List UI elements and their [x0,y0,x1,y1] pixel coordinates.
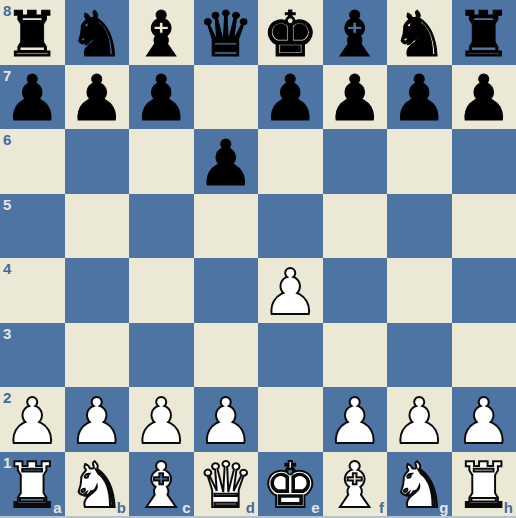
square-b7[interactable]: ♟ [65,65,130,130]
square-b2[interactable]: ♟ [65,387,130,452]
piece-black-bishop[interactable]: ♝ [133,3,189,66]
square-d4[interactable] [194,258,259,323]
square-f8[interactable]: ♝ [323,0,388,65]
square-g2[interactable]: ♟ [387,387,452,452]
square-d7[interactable] [194,65,259,130]
square-e3[interactable] [258,323,323,388]
square-g4[interactable] [387,258,452,323]
square-c1[interactable]: c♝ [129,452,194,517]
square-a3[interactable]: 3 [0,323,65,388]
piece-black-queen[interactable]: ♛ [198,3,254,66]
square-h1[interactable]: h♜ [452,452,516,517]
piece-black-pawn[interactable]: ♟ [133,67,189,130]
square-g1[interactable]: g♞ [387,452,452,517]
square-f2[interactable]: ♟ [323,387,388,452]
square-a5[interactable]: 5 [0,194,65,259]
piece-black-bishop[interactable]: ♝ [327,3,383,66]
piece-white-pawn[interactable]: ♟ [4,390,60,453]
piece-white-rook[interactable]: ♜ [456,454,512,517]
square-g3[interactable] [387,323,452,388]
square-a1[interactable]: 1a♜ [0,452,65,517]
square-d3[interactable] [194,323,259,388]
square-d5[interactable] [194,194,259,259]
square-e4[interactable]: ♟ [258,258,323,323]
square-e2[interactable] [258,387,323,452]
piece-white-knight[interactable]: ♞ [391,454,447,517]
square-b6[interactable] [65,129,130,194]
piece-white-king[interactable]: ♚ [262,454,318,517]
piece-black-king[interactable]: ♚ [262,3,318,66]
square-h6[interactable] [452,129,516,194]
piece-white-rook[interactable]: ♜ [4,454,60,517]
square-b5[interactable] [65,194,130,259]
square-h2[interactable]: ♟ [452,387,516,452]
chess-board: 8♜♞♝♛♚♝♞♜7♟♟♟♟♟♟♟6♟54♟32♟♟♟♟♟♟♟1a♜b♞c♝d♛… [0,0,516,516]
piece-black-pawn[interactable]: ♟ [327,67,383,130]
square-h7[interactable]: ♟ [452,65,516,130]
square-d1[interactable]: d♛ [194,452,259,517]
square-c5[interactable] [129,194,194,259]
square-b4[interactable] [65,258,130,323]
square-c4[interactable] [129,258,194,323]
piece-white-pawn[interactable]: ♟ [327,390,383,453]
square-g6[interactable] [387,129,452,194]
square-h3[interactable] [452,323,516,388]
square-f3[interactable] [323,323,388,388]
square-e5[interactable] [258,194,323,259]
piece-black-pawn[interactable]: ♟ [262,67,318,130]
piece-white-pawn[interactable]: ♟ [456,390,512,453]
piece-white-bishop[interactable]: ♝ [133,454,189,517]
piece-white-pawn[interactable]: ♟ [262,261,318,324]
piece-black-pawn[interactable]: ♟ [198,132,254,195]
square-c6[interactable] [129,129,194,194]
square-e1[interactable]: e♚ [258,452,323,517]
piece-white-pawn[interactable]: ♟ [69,390,125,453]
piece-black-pawn[interactable]: ♟ [456,67,512,130]
piece-white-pawn[interactable]: ♟ [391,390,447,453]
square-b1[interactable]: b♞ [65,452,130,517]
square-c2[interactable]: ♟ [129,387,194,452]
piece-black-rook[interactable]: ♜ [4,3,60,66]
square-a2[interactable]: 2♟ [0,387,65,452]
square-f5[interactable] [323,194,388,259]
piece-white-pawn[interactable]: ♟ [198,390,254,453]
square-a4[interactable]: 4 [0,258,65,323]
rank-label-3: 3 [3,326,11,341]
rank-label-5: 5 [3,197,11,212]
square-g7[interactable]: ♟ [387,65,452,130]
piece-white-knight[interactable]: ♞ [69,454,125,517]
square-f1[interactable]: f♝ [323,452,388,517]
square-h4[interactable] [452,258,516,323]
square-f7[interactable]: ♟ [323,65,388,130]
square-b8[interactable]: ♞ [65,0,130,65]
piece-black-pawn[interactable]: ♟ [4,67,60,130]
square-c3[interactable] [129,323,194,388]
square-h5[interactable] [452,194,516,259]
square-e6[interactable] [258,129,323,194]
square-b3[interactable] [65,323,130,388]
rank-label-4: 4 [3,261,11,276]
piece-white-queen[interactable]: ♛ [198,454,254,517]
piece-black-rook[interactable]: ♜ [456,3,512,66]
square-f4[interactable] [323,258,388,323]
square-g5[interactable] [387,194,452,259]
square-g8[interactable]: ♞ [387,0,452,65]
square-h8[interactable]: ♜ [452,0,516,65]
piece-white-bishop[interactable]: ♝ [327,454,383,517]
square-e8[interactable]: ♚ [258,0,323,65]
square-d2[interactable]: ♟ [194,387,259,452]
square-a8[interactable]: 8♜ [0,0,65,65]
square-d6[interactable]: ♟ [194,129,259,194]
square-a6[interactable]: 6 [0,129,65,194]
square-c7[interactable]: ♟ [129,65,194,130]
square-c8[interactable]: ♝ [129,0,194,65]
square-d8[interactable]: ♛ [194,0,259,65]
square-e7[interactable]: ♟ [258,65,323,130]
piece-white-pawn[interactable]: ♟ [133,390,189,453]
square-a7[interactable]: 7♟ [0,65,65,130]
square-f6[interactable] [323,129,388,194]
piece-black-pawn[interactable]: ♟ [391,67,447,130]
piece-black-knight[interactable]: ♞ [69,3,125,66]
piece-black-pawn[interactable]: ♟ [69,67,125,130]
piece-black-knight[interactable]: ♞ [391,3,447,66]
